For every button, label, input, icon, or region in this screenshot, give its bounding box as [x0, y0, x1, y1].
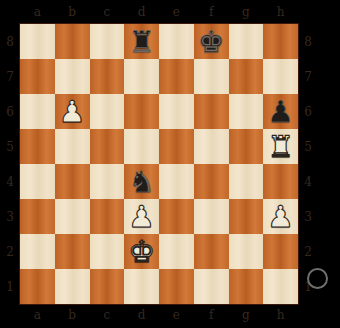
square-d5[interactable]	[124, 129, 159, 164]
square-e3[interactable]	[159, 199, 194, 234]
file-label-d-top: d	[124, 4, 159, 20]
black-pawn-h6[interactable]: ♟	[267, 94, 294, 129]
file-label-e-bottom: e	[159, 307, 194, 323]
square-c3[interactable]	[90, 199, 125, 234]
square-b1[interactable]	[55, 269, 90, 304]
chess-board: ♜♚♟♟♜♞♟♟♚	[20, 24, 298, 304]
square-b3[interactable]	[55, 199, 90, 234]
square-d1[interactable]	[124, 269, 159, 304]
square-d4[interactable]: ♞	[124, 164, 159, 199]
square-e2[interactable]	[159, 234, 194, 269]
rank-label-3-left: 3	[3, 199, 17, 234]
square-e4[interactable]	[159, 164, 194, 199]
square-f5[interactable]	[194, 129, 229, 164]
square-a5[interactable]	[20, 129, 55, 164]
square-e8[interactable]	[159, 24, 194, 59]
square-d8[interactable]: ♜	[124, 24, 159, 59]
chess-diagram: abcdefgh 87654321 ♜♚♟♟♜♞♟♟♚ 87654321 abc…	[0, 0, 340, 328]
square-b5[interactable]	[55, 129, 90, 164]
file-label-h-top: h	[263, 4, 298, 20]
file-label-f-top: f	[194, 4, 229, 20]
square-h1[interactable]	[263, 269, 298, 304]
square-g6[interactable]	[229, 94, 264, 129]
rank-label-4-left: 4	[3, 164, 17, 199]
square-g2[interactable]	[229, 234, 264, 269]
rank-label-5-left: 5	[3, 129, 17, 164]
rank-label-2-left: 2	[3, 234, 17, 269]
file-label-c-top: c	[90, 4, 125, 20]
square-f7[interactable]	[194, 59, 229, 94]
rank-label-7-right: 7	[301, 59, 315, 94]
file-label-f-bottom: f	[194, 307, 229, 323]
square-h2[interactable]	[263, 234, 298, 269]
white-king-d2[interactable]: ♚	[128, 234, 155, 269]
square-f2[interactable]	[194, 234, 229, 269]
rank-label-7-left: 7	[3, 59, 17, 94]
square-a2[interactable]	[20, 234, 55, 269]
rank-label-8-right: 8	[301, 24, 315, 59]
file-label-h-bottom: h	[263, 307, 298, 323]
square-a6[interactable]	[20, 94, 55, 129]
rank-label-3-right: 3	[301, 199, 315, 234]
black-rook-d8[interactable]: ♜	[128, 24, 155, 59]
square-a1[interactable]	[20, 269, 55, 304]
rank-label-1-left: 1	[3, 269, 17, 304]
square-c7[interactable]	[90, 59, 125, 94]
square-c4[interactable]	[90, 164, 125, 199]
file-label-a-bottom: a	[20, 307, 55, 323]
rank-label-4-right: 4	[301, 164, 315, 199]
white-pawn-d3[interactable]: ♟	[128, 199, 155, 234]
rank-labels-left: 87654321	[3, 24, 17, 304]
file-labels-bottom: abcdefgh	[20, 307, 298, 323]
square-f8[interactable]: ♚	[194, 24, 229, 59]
square-f6[interactable]	[194, 94, 229, 129]
square-d3[interactable]: ♟	[124, 199, 159, 234]
square-a4[interactable]	[20, 164, 55, 199]
square-h6[interactable]: ♟	[263, 94, 298, 129]
square-h4[interactable]	[263, 164, 298, 199]
square-e5[interactable]	[159, 129, 194, 164]
square-d2[interactable]: ♚	[124, 234, 159, 269]
rank-label-6-right: 6	[301, 94, 315, 129]
square-d7[interactable]	[124, 59, 159, 94]
square-b6[interactable]: ♟	[55, 94, 90, 129]
black-king-f8[interactable]: ♚	[198, 24, 225, 59]
square-c5[interactable]	[90, 129, 125, 164]
square-e6[interactable]	[159, 94, 194, 129]
white-to-move-indicator	[307, 268, 328, 289]
rank-label-8-left: 8	[3, 24, 17, 59]
file-label-c-bottom: c	[90, 307, 125, 323]
square-g8[interactable]	[229, 24, 264, 59]
square-c1[interactable]	[90, 269, 125, 304]
black-knight-d4[interactable]: ♞	[128, 164, 155, 199]
file-label-b-top: b	[55, 4, 90, 20]
square-b8[interactable]	[55, 24, 90, 59]
white-rook-h5[interactable]: ♜	[267, 129, 294, 164]
square-e7[interactable]	[159, 59, 194, 94]
square-f1[interactable]	[194, 269, 229, 304]
square-g1[interactable]	[229, 269, 264, 304]
square-c8[interactable]	[90, 24, 125, 59]
square-b2[interactable]	[55, 234, 90, 269]
rank-label-6-left: 6	[3, 94, 17, 129]
file-label-a-top: a	[20, 4, 55, 20]
square-b7[interactable]	[55, 59, 90, 94]
square-f3[interactable]	[194, 199, 229, 234]
file-labels-top: abcdefgh	[20, 4, 298, 20]
square-h7[interactable]	[263, 59, 298, 94]
rank-label-5-right: 5	[301, 129, 315, 164]
square-g3[interactable]	[229, 199, 264, 234]
square-g5[interactable]	[229, 129, 264, 164]
file-label-d-bottom: d	[124, 307, 159, 323]
rank-label-2-right: 2	[301, 234, 315, 269]
square-c2[interactable]	[90, 234, 125, 269]
square-h8[interactable]	[263, 24, 298, 59]
square-g4[interactable]	[229, 164, 264, 199]
square-h5[interactable]: ♜	[263, 129, 298, 164]
file-label-g-bottom: g	[229, 307, 264, 323]
square-b4[interactable]	[55, 164, 90, 199]
square-h3[interactable]: ♟	[263, 199, 298, 234]
square-e1[interactable]	[159, 269, 194, 304]
white-pawn-b6[interactable]: ♟	[59, 94, 86, 129]
white-pawn-h3[interactable]: ♟	[267, 199, 294, 234]
square-d6[interactable]	[124, 94, 159, 129]
rank-labels-right: 87654321	[301, 24, 315, 304]
square-g7[interactable]	[229, 59, 264, 94]
file-label-e-top: e	[159, 4, 194, 20]
file-label-g-top: g	[229, 4, 264, 20]
square-f4[interactable]	[194, 164, 229, 199]
square-c6[interactable]	[90, 94, 125, 129]
file-label-b-bottom: b	[55, 307, 90, 323]
square-a7[interactable]	[20, 59, 55, 94]
square-a3[interactable]	[20, 199, 55, 234]
square-a8[interactable]	[20, 24, 55, 59]
